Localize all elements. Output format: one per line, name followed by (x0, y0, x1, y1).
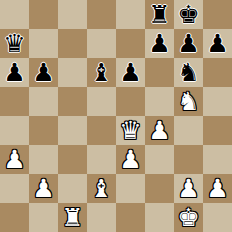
square-e4[interactable]: ♛ (116, 116, 145, 145)
white-pawn-piece[interactable]: ♟ (148, 116, 170, 145)
square-c2[interactable] (58, 174, 87, 203)
square-d5[interactable] (87, 87, 116, 116)
white-pawn-piece[interactable]: ♟ (177, 174, 199, 203)
black-pawn-piece[interactable]: ♟ (3, 58, 25, 87)
square-a3[interactable]: ♟ (0, 145, 29, 174)
square-h1[interactable] (203, 203, 232, 232)
square-e7[interactable] (116, 29, 145, 58)
white-rook-piece[interactable]: ♜ (61, 203, 83, 232)
square-e6[interactable]: ♟ (116, 58, 145, 87)
square-c5[interactable] (58, 87, 87, 116)
square-e3[interactable]: ♟ (116, 145, 145, 174)
white-knight-piece[interactable]: ♞ (177, 87, 199, 116)
square-c1[interactable]: ♜ (58, 203, 87, 232)
square-a6[interactable]: ♟ (0, 58, 29, 87)
square-b3[interactable] (29, 145, 58, 174)
square-e2[interactable] (116, 174, 145, 203)
square-a7[interactable]: ♛ (0, 29, 29, 58)
square-g4[interactable] (174, 116, 203, 145)
square-a8[interactable] (0, 0, 29, 29)
square-h7[interactable]: ♟ (203, 29, 232, 58)
square-e8[interactable] (116, 0, 145, 29)
square-c8[interactable] (58, 0, 87, 29)
square-a4[interactable] (0, 116, 29, 145)
square-d6[interactable]: ♝ (87, 58, 116, 87)
square-f6[interactable] (145, 58, 174, 87)
square-f2[interactable] (145, 174, 174, 203)
square-h2[interactable]: ♟ (203, 174, 232, 203)
square-a5[interactable] (0, 87, 29, 116)
square-d4[interactable] (87, 116, 116, 145)
square-b1[interactable] (29, 203, 58, 232)
square-g3[interactable] (174, 145, 203, 174)
square-h4[interactable] (203, 116, 232, 145)
black-queen-piece[interactable]: ♛ (3, 29, 25, 58)
black-pawn-piece[interactable]: ♟ (119, 58, 141, 87)
square-h3[interactable] (203, 145, 232, 174)
square-b6[interactable]: ♟ (29, 58, 58, 87)
square-g2[interactable]: ♟ (174, 174, 203, 203)
square-d1[interactable] (87, 203, 116, 232)
black-pawn-piece[interactable]: ♟ (32, 58, 54, 87)
square-g6[interactable]: ♞ (174, 58, 203, 87)
square-d2[interactable]: ♝ (87, 174, 116, 203)
square-f3[interactable] (145, 145, 174, 174)
square-a2[interactable] (0, 174, 29, 203)
square-h8[interactable] (203, 0, 232, 29)
black-rook-piece[interactable]: ♜ (148, 0, 170, 29)
square-f7[interactable]: ♟ (145, 29, 174, 58)
square-e5[interactable] (116, 87, 145, 116)
square-b5[interactable] (29, 87, 58, 116)
square-f8[interactable]: ♜ (145, 0, 174, 29)
black-king-piece[interactable]: ♚ (177, 0, 199, 29)
square-c6[interactable] (58, 58, 87, 87)
black-bishop-piece[interactable]: ♝ (90, 58, 112, 87)
square-g1[interactable]: ♚ (174, 203, 203, 232)
square-f1[interactable] (145, 203, 174, 232)
white-pawn-piece[interactable]: ♟ (3, 145, 25, 174)
chess-board: ♜♚♛♟♟♟♟♟♝♟♞♞♛♟♟♟♟♝♟♟♜♚ (0, 0, 232, 232)
black-pawn-piece[interactable]: ♟ (177, 29, 199, 58)
black-pawn-piece[interactable]: ♟ (206, 29, 228, 58)
square-g5[interactable]: ♞ (174, 87, 203, 116)
square-g8[interactable]: ♚ (174, 0, 203, 29)
white-pawn-piece[interactable]: ♟ (32, 174, 54, 203)
square-d7[interactable] (87, 29, 116, 58)
square-g7[interactable]: ♟ (174, 29, 203, 58)
square-h6[interactable] (203, 58, 232, 87)
square-f4[interactable]: ♟ (145, 116, 174, 145)
square-d8[interactable] (87, 0, 116, 29)
white-bishop-piece[interactable]: ♝ (90, 174, 112, 203)
square-b2[interactable]: ♟ (29, 174, 58, 203)
square-c3[interactable] (58, 145, 87, 174)
square-h5[interactable] (203, 87, 232, 116)
square-c7[interactable] (58, 29, 87, 58)
white-pawn-piece[interactable]: ♟ (206, 174, 228, 203)
square-d3[interactable] (87, 145, 116, 174)
white-king-piece[interactable]: ♚ (177, 203, 199, 232)
square-a1[interactable] (0, 203, 29, 232)
black-knight-piece[interactable]: ♞ (177, 58, 199, 87)
square-c4[interactable] (58, 116, 87, 145)
black-pawn-piece[interactable]: ♟ (148, 29, 170, 58)
square-b7[interactable] (29, 29, 58, 58)
white-queen-piece[interactable]: ♛ (119, 116, 141, 145)
square-f5[interactable] (145, 87, 174, 116)
white-pawn-piece[interactable]: ♟ (119, 145, 141, 174)
square-b8[interactable] (29, 0, 58, 29)
square-e1[interactable] (116, 203, 145, 232)
square-b4[interactable] (29, 116, 58, 145)
